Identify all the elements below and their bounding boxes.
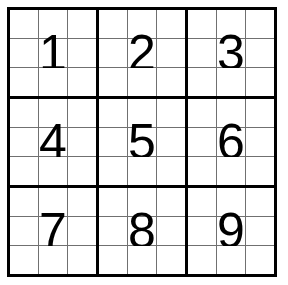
sudoku-cell-r6c5[interactable] <box>128 157 156 185</box>
sudoku-cell-r4c7[interactable] <box>188 99 216 127</box>
sudoku-cell-r9c5[interactable] <box>128 246 156 274</box>
sudoku-cell-r6c4[interactable] <box>99 157 127 185</box>
sudoku-cell-r2c9[interactable] <box>246 39 274 67</box>
sudoku-cell-r7c1[interactable] <box>10 188 38 216</box>
sudoku-cell-r8c3[interactable] <box>68 217 96 245</box>
sudoku-cell-r5c2[interactable]: 4 <box>39 128 67 156</box>
sudoku-cell-r3c5[interactable] <box>128 68 156 96</box>
sudoku-cell-r3c4[interactable] <box>99 68 127 96</box>
sudoku-cell-r3c6[interactable] <box>157 68 185 96</box>
sudoku-cell-r1c3[interactable] <box>68 10 96 38</box>
sudoku-cell-r1c4[interactable] <box>99 10 127 38</box>
sudoku-cell-r8c4[interactable] <box>99 217 127 245</box>
sudoku-cell-r9c8[interactable] <box>217 246 245 274</box>
sudoku-cell-r9c6[interactable] <box>157 246 185 274</box>
sudoku-cell-r7c9[interactable] <box>246 188 274 216</box>
sudoku-cell-r2c1[interactable] <box>10 39 38 67</box>
sudoku-cell-r8c6[interactable] <box>157 217 185 245</box>
sudoku-cell-r8c8[interactable]: 9 <box>217 217 245 245</box>
sudoku-cell-r6c6[interactable] <box>157 157 185 185</box>
sudoku-cell-r8c7[interactable] <box>188 217 216 245</box>
sudoku-cell-r2c3[interactable] <box>68 39 96 67</box>
sudoku-cell-r5c4[interactable] <box>99 128 127 156</box>
sudoku-cell-r4c1[interactable] <box>10 99 38 127</box>
sudoku-cell-r1c9[interactable] <box>246 10 274 38</box>
sudoku-cell-r8c5[interactable]: 8 <box>128 217 156 245</box>
sudoku-cell-r9c1[interactable] <box>10 246 38 274</box>
sudoku-box-9: 9 <box>188 188 274 274</box>
sudoku-cell-r4c3[interactable] <box>68 99 96 127</box>
sudoku-cell-r6c9[interactable] <box>246 157 274 185</box>
sudoku-cell-r9c4[interactable] <box>99 246 127 274</box>
sudoku-cell-r2c7[interactable] <box>188 39 216 67</box>
sudoku-box-7: 7 <box>10 188 96 274</box>
sudoku-cell-r3c7[interactable] <box>188 68 216 96</box>
sudoku-cell-r1c6[interactable] <box>157 10 185 38</box>
sudoku-board: 123456789 <box>7 7 277 277</box>
sudoku-cell-r8c9[interactable] <box>246 217 274 245</box>
sudoku-cell-r5c9[interactable] <box>246 128 274 156</box>
sudoku-cell-r4c6[interactable] <box>157 99 185 127</box>
sudoku-cell-r9c2[interactable] <box>39 246 67 274</box>
sudoku-cell-r7c7[interactable] <box>188 188 216 216</box>
sudoku-cell-r8c2[interactable]: 7 <box>39 217 67 245</box>
sudoku-cell-r9c9[interactable] <box>246 246 274 274</box>
sudoku-cell-r5c5[interactable]: 5 <box>128 128 156 156</box>
sudoku-cell-r4c9[interactable] <box>246 99 274 127</box>
sudoku-cell-r7c6[interactable] <box>157 188 185 216</box>
sudoku-cell-r3c1[interactable] <box>10 68 38 96</box>
sudoku-cell-r2c5[interactable]: 2 <box>128 39 156 67</box>
sudoku-cell-r5c3[interactable] <box>68 128 96 156</box>
sudoku-box-4: 4 <box>10 99 96 185</box>
sudoku-box-8: 8 <box>99 188 185 274</box>
sudoku-cell-r3c9[interactable] <box>246 68 274 96</box>
sudoku-cell-r6c1[interactable] <box>10 157 38 185</box>
sudoku-box-6: 6 <box>188 99 274 185</box>
sudoku-cell-r8c1[interactable] <box>10 217 38 245</box>
sudoku-cell-r7c3[interactable] <box>68 188 96 216</box>
sudoku-box-1: 1 <box>10 10 96 96</box>
sudoku-cell-r3c3[interactable] <box>68 68 96 96</box>
sudoku-cell-r5c7[interactable] <box>188 128 216 156</box>
sudoku-cell-r3c2[interactable] <box>39 68 67 96</box>
sudoku-cell-r3c8[interactable] <box>217 68 245 96</box>
sudoku-cell-r2c8[interactable]: 3 <box>217 39 245 67</box>
sudoku-cell-r5c8[interactable]: 6 <box>217 128 245 156</box>
sudoku-cell-r9c7[interactable] <box>188 246 216 274</box>
sudoku-cell-r6c2[interactable] <box>39 157 67 185</box>
sudoku-cell-r5c6[interactable] <box>157 128 185 156</box>
sudoku-cell-r2c6[interactable] <box>157 39 185 67</box>
sudoku-cell-r6c8[interactable] <box>217 157 245 185</box>
sudoku-cell-r2c2[interactable]: 1 <box>39 39 67 67</box>
sudoku-box-5: 5 <box>99 99 185 185</box>
sudoku-cell-r1c1[interactable] <box>10 10 38 38</box>
sudoku-cell-r6c7[interactable] <box>188 157 216 185</box>
sudoku-cell-r5c1[interactable] <box>10 128 38 156</box>
sudoku-cell-r7c4[interactable] <box>99 188 127 216</box>
sudoku-cell-r1c7[interactable] <box>188 10 216 38</box>
sudoku-cell-r4c4[interactable] <box>99 99 127 127</box>
sudoku-cell-r9c3[interactable] <box>68 246 96 274</box>
sudoku-cell-r6c3[interactable] <box>68 157 96 185</box>
sudoku-cell-r2c4[interactable] <box>99 39 127 67</box>
sudoku-box-3: 3 <box>188 10 274 96</box>
sudoku-box-2: 2 <box>99 10 185 96</box>
